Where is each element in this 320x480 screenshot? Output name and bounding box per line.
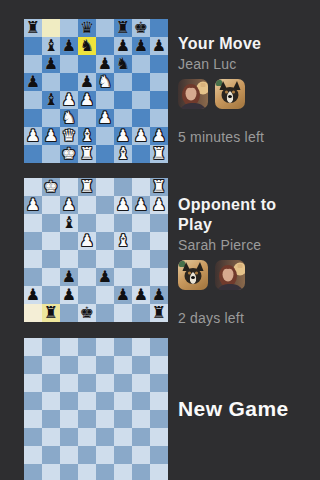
black-bishop: ♝ <box>44 91 58 109</box>
square-e4 <box>96 91 114 109</box>
square-b7: ♟ <box>132 286 150 304</box>
square-e8 <box>96 19 114 37</box>
square-b5 <box>42 73 60 91</box>
square-d8 <box>96 304 114 322</box>
white-pawn: ♟ <box>62 196 76 214</box>
square-d6 <box>78 55 96 73</box>
square-b8 <box>132 304 150 322</box>
square-a8: ♜ <box>150 304 168 322</box>
square-e5: ♞ <box>96 73 114 91</box>
game2-avatars <box>178 260 314 290</box>
square-h2 <box>150 446 168 464</box>
white-knight: ♞ <box>62 109 76 127</box>
square-c1 <box>114 178 132 196</box>
square-g3 <box>132 428 150 446</box>
white-bishop: ♝ <box>116 145 130 163</box>
square-a4 <box>150 232 168 250</box>
black-knight: ♞ <box>116 55 130 73</box>
square-g4 <box>132 410 150 428</box>
square-a6 <box>24 55 42 73</box>
square-f5 <box>114 73 132 91</box>
square-f3 <box>114 428 132 446</box>
square-e2 <box>96 127 114 145</box>
square-e5 <box>78 250 96 268</box>
square-f1: ♝ <box>114 145 132 163</box>
game2-status: Opponent to Play <box>178 195 314 235</box>
square-f8: ♜ <box>114 19 132 37</box>
square-h4 <box>24 232 42 250</box>
square-c3 <box>60 428 78 446</box>
black-pawn: ♟ <box>98 268 112 286</box>
square-f3 <box>114 109 132 127</box>
square-h5 <box>150 73 168 91</box>
square-d2 <box>96 196 114 214</box>
square-d5 <box>78 392 96 410</box>
square-c5 <box>114 250 132 268</box>
white-pawn: ♟ <box>26 196 40 214</box>
square-f2: ♟ <box>114 127 132 145</box>
black-bishop: ♝ <box>62 214 76 232</box>
black-rook: ♜ <box>116 19 130 37</box>
square-d4 <box>96 232 114 250</box>
square-e1 <box>96 145 114 163</box>
square-d3 <box>96 214 114 232</box>
white-king: ♚ <box>62 145 76 163</box>
black-pawn: ♟ <box>134 37 148 55</box>
square-c1: ♚ <box>60 145 78 163</box>
square-f7: ♟ <box>114 37 132 55</box>
app-screen: ♜♛♜♚♝♟♞♟♟♟♟♟♞♟♟♞♝♟♟♞♟♟♟♛♝♟♟♟♚♜♝♜ ♚♜♜♟♟♟♟… <box>0 0 320 480</box>
square-g7 <box>42 286 60 304</box>
square-c2: ♛ <box>60 127 78 145</box>
white-queen: ♛ <box>62 127 76 145</box>
black-pawn: ♟ <box>116 37 130 55</box>
square-f4 <box>114 91 132 109</box>
avatar-dog <box>178 260 208 290</box>
square-h4 <box>150 91 168 109</box>
white-knight: ♞ <box>98 73 112 91</box>
square-e7 <box>78 286 96 304</box>
black-bishop: ♝ <box>44 37 58 55</box>
square-g3 <box>42 214 60 232</box>
square-a3 <box>24 109 42 127</box>
square-h1: ♜ <box>150 145 168 163</box>
white-bishop: ♝ <box>80 127 94 145</box>
square-d3 <box>78 428 96 446</box>
square-f6 <box>114 374 132 392</box>
black-pawn: ♟ <box>62 268 76 286</box>
square-a3 <box>24 428 42 446</box>
black-rook: ♜ <box>152 304 166 322</box>
square-b5 <box>42 392 60 410</box>
square-a2: ♟ <box>150 196 168 214</box>
square-h2: ♟ <box>24 196 42 214</box>
white-pawn: ♟ <box>116 196 130 214</box>
square-h6 <box>24 268 42 286</box>
square-h7 <box>150 356 168 374</box>
square-g7 <box>132 356 150 374</box>
square-a2: ♟ <box>24 127 42 145</box>
square-f7: ♟ <box>60 286 78 304</box>
square-h8 <box>24 304 42 322</box>
square-e1: ♜ <box>78 178 96 196</box>
white-pawn: ♟ <box>62 91 76 109</box>
square-h5 <box>24 250 42 268</box>
game1-time-left: 5 minutes left <box>178 127 314 147</box>
square-c6 <box>60 55 78 73</box>
square-g6 <box>132 55 150 73</box>
game1-status: Your Move <box>178 34 314 54</box>
square-c2: ♟ <box>114 196 132 214</box>
square-c6 <box>60 374 78 392</box>
black-pawn: ♟ <box>134 286 148 304</box>
avatar-woman <box>215 260 245 290</box>
square-e6 <box>96 374 114 392</box>
square-c6 <box>114 268 132 286</box>
game2-board[interactable]: ♚♜♜♟♟♟♟♟♝♟♝♟♟♟♟♟♟♟♜♚♜ <box>24 178 168 322</box>
square-g6 <box>42 268 60 286</box>
square-g8 <box>132 338 150 356</box>
square-h2: ♟ <box>150 127 168 145</box>
square-d7: ♞ <box>78 37 96 55</box>
square-e2 <box>96 446 114 464</box>
square-h8 <box>150 338 168 356</box>
square-f3: ♝ <box>60 214 78 232</box>
square-d7 <box>78 356 96 374</box>
square-a8: ♜ <box>24 19 42 37</box>
square-a1: ♜ <box>150 178 168 196</box>
white-pawn: ♟ <box>134 196 148 214</box>
white-pawn: ♟ <box>44 127 58 145</box>
square-d3 <box>78 109 96 127</box>
black-pawn: ♟ <box>62 286 76 304</box>
square-g6 <box>132 374 150 392</box>
black-king: ♚ <box>80 304 94 322</box>
square-e4: ♟ <box>78 232 96 250</box>
square-b7 <box>42 356 60 374</box>
square-f2 <box>114 446 132 464</box>
square-b8 <box>42 19 60 37</box>
square-d5: ♟ <box>78 73 96 91</box>
square-a6 <box>150 268 168 286</box>
square-f1 <box>114 464 132 480</box>
square-d7 <box>96 286 114 304</box>
black-rook: ♜ <box>26 19 40 37</box>
square-d8 <box>78 338 96 356</box>
square-a3 <box>150 214 168 232</box>
black-knight: ♞ <box>80 37 94 55</box>
square-a8 <box>24 338 42 356</box>
square-c5 <box>60 392 78 410</box>
avatar-dog <box>215 79 245 109</box>
white-pawn: ♟ <box>98 109 112 127</box>
avatar-woman <box>178 79 208 109</box>
square-b7: ♝ <box>42 37 60 55</box>
square-f4 <box>114 410 132 428</box>
square-g1 <box>132 464 150 480</box>
game2-time-left: 2 days left <box>178 308 314 328</box>
square-b1 <box>42 145 60 163</box>
square-d8: ♛ <box>78 19 96 37</box>
white-pawn: ♟ <box>80 232 94 250</box>
square-g2: ♟ <box>132 127 150 145</box>
game2-panel: Opponent to Play Sarah Pierce <box>178 195 314 328</box>
square-e1 <box>96 464 114 480</box>
square-b1 <box>42 464 60 480</box>
square-d2 <box>78 446 96 464</box>
black-pawn: ♟ <box>80 73 94 91</box>
square-c3 <box>114 214 132 232</box>
black-pawn: ♟ <box>152 37 166 55</box>
square-d4: ♟ <box>78 91 96 109</box>
white-pawn: ♟ <box>152 196 166 214</box>
square-b4: ♝ <box>42 91 60 109</box>
new-game-board[interactable] <box>24 338 168 480</box>
black-pawn: ♟ <box>26 73 40 91</box>
square-a1 <box>24 145 42 163</box>
black-king: ♚ <box>134 19 148 37</box>
square-f5 <box>114 392 132 410</box>
white-pawn: ♟ <box>116 127 130 145</box>
square-g7: ♟ <box>132 37 150 55</box>
square-h3 <box>150 109 168 127</box>
square-b3 <box>42 109 60 127</box>
square-h1 <box>150 464 168 480</box>
square-b5 <box>132 250 150 268</box>
square-g5 <box>132 392 150 410</box>
square-e8 <box>96 338 114 356</box>
white-king: ♚ <box>44 178 58 196</box>
black-pawn: ♟ <box>152 286 166 304</box>
square-f4 <box>60 232 78 250</box>
white-pawn: ♟ <box>134 127 148 145</box>
square-g8: ♚ <box>132 19 150 37</box>
square-f8 <box>114 338 132 356</box>
square-f8 <box>60 304 78 322</box>
square-g1 <box>132 145 150 163</box>
square-h8 <box>150 19 168 37</box>
square-e4 <box>96 410 114 428</box>
square-a7 <box>24 37 42 55</box>
square-h6 <box>150 55 168 73</box>
square-a1 <box>24 464 42 480</box>
game1-avatars <box>178 79 314 109</box>
square-b4 <box>42 410 60 428</box>
black-pawn: ♟ <box>98 55 112 73</box>
square-e3: ♟ <box>96 109 114 127</box>
square-g5 <box>42 250 60 268</box>
game2-opponent-name: Sarah Pierce <box>178 235 314 255</box>
square-g8: ♜ <box>42 304 60 322</box>
white-rook: ♜ <box>80 178 94 196</box>
square-e6: ♟ <box>96 55 114 73</box>
square-g1: ♚ <box>42 178 60 196</box>
square-c8 <box>60 338 78 356</box>
square-e7 <box>96 356 114 374</box>
square-h7: ♟ <box>150 37 168 55</box>
square-f5 <box>60 250 78 268</box>
new-game-button[interactable]: New Game <box>178 396 289 422</box>
square-h1 <box>24 178 42 196</box>
square-h6 <box>150 374 168 392</box>
white-rook: ♜ <box>80 145 94 163</box>
square-a5 <box>150 250 168 268</box>
square-h3 <box>150 428 168 446</box>
square-c4: ♟ <box>60 91 78 109</box>
white-pawn: ♟ <box>26 127 40 145</box>
square-g2 <box>132 446 150 464</box>
square-b2: ♟ <box>42 127 60 145</box>
square-d5 <box>96 250 114 268</box>
square-d2: ♝ <box>78 127 96 145</box>
black-pawn: ♟ <box>26 286 40 304</box>
square-f7 <box>114 356 132 374</box>
black-queen: ♛ <box>80 19 94 37</box>
square-b6 <box>132 268 150 286</box>
square-f6: ♞ <box>114 55 132 73</box>
square-b1 <box>132 178 150 196</box>
square-d6: ♟ <box>96 268 114 286</box>
square-a7: ♟ <box>150 286 168 304</box>
square-g3 <box>132 109 150 127</box>
square-d4 <box>78 410 96 428</box>
square-c1 <box>60 464 78 480</box>
square-d1: ♜ <box>78 145 96 163</box>
white-bishop: ♝ <box>116 232 130 250</box>
square-g4 <box>132 91 150 109</box>
square-e7 <box>96 37 114 55</box>
black-pawn: ♟ <box>62 37 76 55</box>
square-a7 <box>24 356 42 374</box>
square-b2: ♟ <box>132 196 150 214</box>
square-f2: ♟ <box>60 196 78 214</box>
square-e6 <box>78 268 96 286</box>
game1-panel: Your Move Jean Luc <box>178 34 314 147</box>
square-e3 <box>78 214 96 232</box>
black-pawn: ♟ <box>44 55 58 73</box>
square-e3 <box>96 428 114 446</box>
square-c7 <box>60 356 78 374</box>
square-d1 <box>78 464 96 480</box>
square-d1 <box>96 178 114 196</box>
square-a4 <box>24 410 42 428</box>
square-b6: ♟ <box>42 55 60 73</box>
square-h7: ♟ <box>24 286 42 304</box>
square-a4 <box>24 91 42 109</box>
square-c8 <box>60 19 78 37</box>
square-a2 <box>24 446 42 464</box>
square-e8: ♚ <box>78 304 96 322</box>
square-g5 <box>132 73 150 91</box>
square-c7: ♟ <box>60 37 78 55</box>
square-e2 <box>78 196 96 214</box>
square-a5: ♟ <box>24 73 42 91</box>
square-f6: ♟ <box>60 268 78 286</box>
square-b6 <box>42 374 60 392</box>
square-h3 <box>24 214 42 232</box>
square-c4 <box>60 410 78 428</box>
square-g2 <box>42 196 60 214</box>
square-h5 <box>150 392 168 410</box>
square-c5 <box>60 73 78 91</box>
black-rook: ♜ <box>44 304 58 322</box>
square-b8 <box>42 338 60 356</box>
square-d6 <box>78 374 96 392</box>
square-c4: ♝ <box>114 232 132 250</box>
square-g4 <box>42 232 60 250</box>
white-rook: ♜ <box>152 145 166 163</box>
white-pawn: ♟ <box>152 127 166 145</box>
square-c3: ♞ <box>60 109 78 127</box>
white-pawn: ♟ <box>80 91 94 109</box>
game1-board[interactable]: ♜♛♜♚♝♟♞♟♟♟♟♟♞♟♟♞♝♟♟♞♟♟♟♛♝♟♟♟♚♜♝♜ <box>24 19 168 163</box>
square-c7: ♟ <box>114 286 132 304</box>
square-b2 <box>42 446 60 464</box>
square-e5 <box>96 392 114 410</box>
square-f1 <box>60 178 78 196</box>
square-c2 <box>60 446 78 464</box>
square-b4 <box>132 232 150 250</box>
square-b3 <box>42 428 60 446</box>
square-b3 <box>132 214 150 232</box>
square-a6 <box>24 374 42 392</box>
black-pawn: ♟ <box>116 286 130 304</box>
white-rook: ♜ <box>152 178 166 196</box>
square-h4 <box>150 410 168 428</box>
game1-opponent-name: Jean Luc <box>178 54 314 74</box>
square-c8 <box>114 304 132 322</box>
square-a5 <box>24 392 42 410</box>
